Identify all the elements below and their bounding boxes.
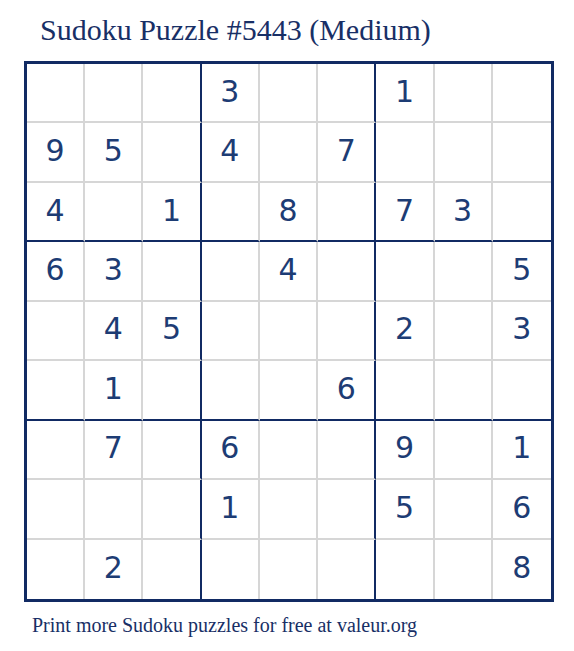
cell-r5c6-empty (318, 302, 376, 361)
cell-r1c6-empty (318, 64, 376, 123)
cell-r6c4-empty (202, 361, 260, 420)
cell-r9c8-empty (435, 540, 493, 599)
cell-r4c6-empty (318, 242, 376, 301)
cell-r5c2-given: 4 (85, 302, 143, 361)
cell-r5c4-empty (202, 302, 260, 361)
cell-r4c1-given: 6 (27, 242, 85, 301)
cell-r3c2-empty (85, 183, 143, 242)
cell-r5c9-given: 3 (493, 302, 551, 361)
cell-r2c2-given: 5 (85, 123, 143, 182)
cell-r1c2-empty (85, 64, 143, 123)
cell-r7c9-given: 1 (493, 421, 551, 480)
cell-r8c5-empty (260, 480, 318, 539)
cell-r9c2-given: 2 (85, 540, 143, 599)
cell-r9c5-empty (260, 540, 318, 599)
cell-r8c4-given: 1 (202, 480, 260, 539)
cell-r1c9-empty (493, 64, 551, 123)
cell-r3c9-empty (493, 183, 551, 242)
cell-r2c4-given: 4 (202, 123, 260, 182)
cell-r4c4-empty (202, 242, 260, 301)
cell-r4c9-given: 5 (493, 242, 551, 301)
cell-r3c1-given: 4 (27, 183, 85, 242)
cell-r3c6-empty (318, 183, 376, 242)
cell-r8c2-empty (85, 480, 143, 539)
cell-r9c4-empty (202, 540, 260, 599)
cell-r5c8-empty (435, 302, 493, 361)
cell-r8c8-empty (435, 480, 493, 539)
cell-r8c7-given: 5 (376, 480, 434, 539)
cell-r6c6-given: 6 (318, 361, 376, 420)
cell-r3c5-given: 8 (260, 183, 318, 242)
cell-r9c3-empty (143, 540, 201, 599)
cell-r2c9-empty (493, 123, 551, 182)
cell-r1c3-empty (143, 64, 201, 123)
cell-r2c7-empty (376, 123, 434, 182)
cell-r7c6-empty (318, 421, 376, 480)
cell-r2c5-empty (260, 123, 318, 182)
cell-r6c2-given: 1 (85, 361, 143, 420)
cell-r5c7-given: 2 (376, 302, 434, 361)
cell-r9c1-empty (27, 540, 85, 599)
cell-r7c5-empty (260, 421, 318, 480)
cell-r1c1-empty (27, 64, 85, 123)
cell-r9c9-given: 8 (493, 540, 551, 599)
cell-r9c7-empty (376, 540, 434, 599)
cell-r3c8-given: 3 (435, 183, 493, 242)
cell-r4c7-empty (376, 242, 434, 301)
cell-r6c9-empty (493, 361, 551, 420)
cell-r8c3-empty (143, 480, 201, 539)
cell-r7c4-given: 6 (202, 421, 260, 480)
cell-r7c1-empty (27, 421, 85, 480)
cell-r6c5-empty (260, 361, 318, 420)
cell-r1c7-given: 1 (376, 64, 434, 123)
sudoku-board: 319547418736345452316769115628 (24, 61, 554, 602)
cell-r6c8-empty (435, 361, 493, 420)
cell-r5c5-empty (260, 302, 318, 361)
cell-r3c3-given: 1 (143, 183, 201, 242)
cell-r7c3-empty (143, 421, 201, 480)
cell-r9c6-empty (318, 540, 376, 599)
cell-r4c2-given: 3 (85, 242, 143, 301)
cell-r4c3-empty (143, 242, 201, 301)
cell-r7c7-given: 9 (376, 421, 434, 480)
cell-r1c4-given: 3 (202, 64, 260, 123)
cell-r2c8-empty (435, 123, 493, 182)
cell-r1c5-empty (260, 64, 318, 123)
cell-r1c8-empty (435, 64, 493, 123)
cell-r8c1-empty (27, 480, 85, 539)
cell-r3c7-given: 7 (376, 183, 434, 242)
cell-r5c1-empty (27, 302, 85, 361)
cell-r8c9-given: 6 (493, 480, 551, 539)
cell-r8c6-empty (318, 480, 376, 539)
cell-r4c5-given: 4 (260, 242, 318, 301)
page-title: Sudoku Puzzle #5443 (Medium) (40, 13, 431, 47)
cell-r5c3-given: 5 (143, 302, 201, 361)
cell-r6c1-empty (27, 361, 85, 420)
cell-r7c2-given: 7 (85, 421, 143, 480)
cell-r2c1-given: 9 (27, 123, 85, 182)
cell-r3c4-empty (202, 183, 260, 242)
cell-r4c8-empty (435, 242, 493, 301)
cell-r2c6-given: 7 (318, 123, 376, 182)
cell-r2c3-empty (143, 123, 201, 182)
cell-r6c3-empty (143, 361, 201, 420)
cell-r7c8-empty (435, 421, 493, 480)
cell-r6c7-empty (376, 361, 434, 420)
footer-text: Print more Sudoku puzzles for free at va… (32, 614, 417, 637)
